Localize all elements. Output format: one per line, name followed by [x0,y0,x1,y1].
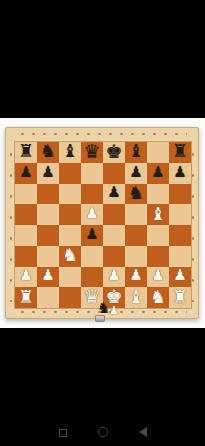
white-bishop: ♝ [150,205,166,223]
square-d3 [81,246,103,267]
black-queen: ♛ [83,142,100,161]
square-b7: ♟ [37,163,59,184]
white-pawn: ♟ [41,268,54,283]
square-g3 [147,246,169,267]
square-g1: ♞ [147,287,169,308]
square-g6 [147,184,169,205]
white-rook: ♜ [18,288,34,306]
frame-holes-top-icon [17,132,187,136]
square-f4 [125,225,147,246]
square-g8 [147,142,169,163]
square-e2: ♟ [103,267,125,288]
square-g2: ♟ [147,267,169,288]
status-bar [0,0,205,118]
square-c4 [59,225,81,246]
white-bishop: ♝ [128,288,144,306]
square-h2: ♟ [169,267,191,288]
white-knight: ♞ [62,246,78,264]
black-bishop: ♝ [128,142,144,160]
square-a3 [15,246,37,267]
square-g7: ♟ [147,163,169,184]
square-d5: ♟ [81,204,103,225]
home-circle-icon[interactable] [98,427,108,437]
phone-screen: ♜♞♝♛♚♝♜♟♟♟♟♟♟♞♟♝♟♞♟♟♟♟♟♟♜♛♚♝♞♜ ♞♟ [0,0,205,446]
white-king: ♚ [105,287,122,306]
square-c7 [59,163,81,184]
square-e5 [103,204,125,225]
square-e1: ♚ [103,287,125,308]
square-f2: ♟ [125,267,147,288]
chessboard-photo: ♜♞♝♛♚♝♜♟♟♟♟♟♟♞♟♝♟♞♟♟♟♟♟♟♜♛♚♝♞♜ ♞♟ [0,118,205,328]
black-pawn: ♟ [41,165,54,180]
square-f5 [125,204,147,225]
square-h6 [169,184,191,205]
black-bishop: ♝ [62,142,78,160]
black-rook: ♜ [172,142,188,160]
square-a5 [15,204,37,225]
white-pawn: ♟ [129,268,142,283]
square-c1 [59,287,81,308]
square-b8: ♞ [37,142,59,163]
square-a1: ♜ [15,287,37,308]
chess-board: ♜♞♝♛♚♝♜♟♟♟♟♟♟♞♟♝♟♞♟♟♟♟♟♟♜♛♚♝♞♜ [14,141,192,309]
square-d6 [81,184,103,205]
frame-holes-left-icon [9,144,13,302]
square-f1: ♝ [125,287,147,308]
square-g4 [147,225,169,246]
white-pawn: ♟ [19,268,32,283]
black-pawn: ♟ [19,165,32,180]
black-rook: ♜ [18,142,34,160]
frame-holes-bottom-icon [17,310,187,314]
square-f3 [125,246,147,267]
square-h7: ♟ [169,163,191,184]
square-h1: ♜ [169,287,191,308]
white-pawn: ♟ [85,206,98,221]
square-a7: ♟ [15,163,37,184]
square-a2: ♟ [15,267,37,288]
white-pawn: ♟ [107,268,120,283]
back-triangle-icon[interactable] [139,427,147,437]
black-knight: ♞ [128,184,144,202]
black-pawn: ♟ [129,165,142,180]
square-d8: ♛ [81,142,103,163]
white-knight: ♞ [150,288,166,306]
square-a6 [15,184,37,205]
square-d4: ♟ [81,225,103,246]
square-e4 [103,225,125,246]
square-c2 [59,267,81,288]
white-rook: ♜ [172,288,188,306]
square-c6 [59,184,81,205]
square-e8: ♚ [103,142,125,163]
frame-clasp [95,315,105,322]
square-c8: ♝ [59,142,81,163]
square-b1 [37,287,59,308]
white-queen: ♛ [83,287,100,306]
square-e3 [103,246,125,267]
white-pawn: ♟ [173,268,186,283]
square-d2 [81,267,103,288]
square-f8: ♝ [125,142,147,163]
black-pawn: ♟ [173,165,186,180]
white-pawn: ♟ [151,268,164,283]
black-pawn: ♟ [107,185,120,200]
black-pawn: ♟ [151,165,164,180]
square-b2: ♟ [37,267,59,288]
demo-board-frame: ♜♞♝♛♚♝♜♟♟♟♟♟♟♞♟♝♟♞♟♟♟♟♟♟♜♛♚♝♞♜ [5,127,199,319]
square-h4 [169,225,191,246]
square-h3 [169,246,191,267]
square-h8: ♜ [169,142,191,163]
square-c5 [59,204,81,225]
black-pawn: ♟ [85,227,98,242]
black-king: ♚ [105,142,122,161]
square-h5 [169,204,191,225]
recents-square-icon[interactable] [59,429,67,437]
square-e7 [103,163,125,184]
square-e6: ♟ [103,184,125,205]
square-d1: ♛ [81,287,103,308]
square-b5 [37,204,59,225]
square-f6: ♞ [125,184,147,205]
android-navbar [0,328,205,446]
square-c3: ♞ [59,246,81,267]
square-a4 [15,225,37,246]
square-b6 [37,184,59,205]
square-f7: ♟ [125,163,147,184]
square-d7 [81,163,103,184]
square-b4 [37,225,59,246]
square-b3 [37,246,59,267]
black-knight: ♞ [40,142,56,160]
square-g5: ♝ [147,204,169,225]
square-a8: ♜ [15,142,37,163]
